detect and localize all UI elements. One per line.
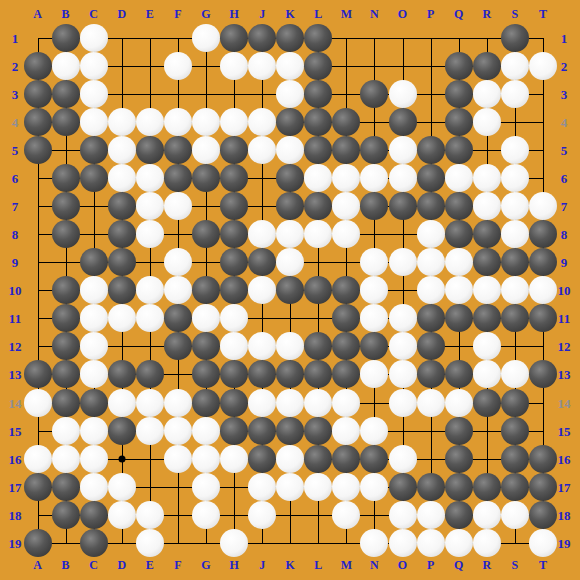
stone-black-P13[interactable]	[417, 360, 445, 388]
stone-white-T2[interactable]	[529, 52, 557, 80]
stone-white-Q9[interactable]	[445, 248, 473, 276]
stone-black-E13[interactable]	[136, 360, 164, 388]
col-label-top-Q: Q	[454, 8, 463, 20]
stone-white-C4[interactable]	[80, 108, 108, 136]
stone-white-K3[interactable]	[276, 80, 304, 108]
col-label-bottom-P: P	[427, 559, 434, 571]
stone-white-L8[interactable]	[304, 220, 332, 248]
stone-black-G6[interactable]	[192, 164, 220, 192]
stone-white-H19[interactable]	[220, 529, 248, 557]
stone-white-E14[interactable]	[136, 389, 164, 417]
stone-white-H11[interactable]	[220, 304, 248, 332]
col-label-top-E: E	[146, 8, 154, 20]
stone-white-N11[interactable]	[360, 304, 388, 332]
stone-black-B13[interactable]	[52, 360, 80, 388]
stone-white-M14[interactable]	[332, 389, 360, 417]
stone-black-A13[interactable]	[24, 360, 52, 388]
stone-black-D9[interactable]	[108, 248, 136, 276]
stone-white-G4[interactable]	[192, 108, 220, 136]
stone-black-S9[interactable]	[501, 248, 529, 276]
stone-white-R10[interactable]	[473, 276, 501, 304]
stone-white-M17[interactable]	[332, 473, 360, 501]
stone-white-J5[interactable]	[248, 136, 276, 164]
stone-black-B17[interactable]	[52, 473, 80, 501]
stone-black-T16[interactable]	[529, 445, 557, 473]
stone-black-M11[interactable]	[332, 304, 360, 332]
stone-black-P12[interactable]	[417, 332, 445, 360]
stone-black-M13[interactable]	[332, 360, 360, 388]
stone-black-L1[interactable]	[304, 24, 332, 52]
stone-black-K1[interactable]	[276, 24, 304, 52]
stone-white-J17[interactable]	[248, 473, 276, 501]
stone-white-G11[interactable]	[192, 304, 220, 332]
col-label-bottom-E: E	[146, 559, 154, 571]
stone-black-J9[interactable]	[248, 248, 276, 276]
stone-black-G14[interactable]	[192, 389, 220, 417]
stone-white-S5[interactable]	[501, 136, 529, 164]
stone-white-O3[interactable]	[389, 80, 417, 108]
stone-white-R3[interactable]	[473, 80, 501, 108]
stone-white-C13[interactable]	[80, 360, 108, 388]
stone-black-C19[interactable]	[80, 529, 108, 557]
stone-white-K17[interactable]	[276, 473, 304, 501]
stone-white-T10[interactable]	[529, 276, 557, 304]
stone-white-N6[interactable]	[360, 164, 388, 192]
stone-black-L12[interactable]	[304, 332, 332, 360]
stone-black-A4[interactable]	[24, 108, 52, 136]
stone-black-F5[interactable]	[164, 136, 192, 164]
stone-white-O16[interactable]	[389, 445, 417, 473]
row-label-left-8: 8	[12, 228, 19, 241]
stone-black-Q18[interactable]	[445, 501, 473, 529]
stone-black-S16[interactable]	[501, 445, 529, 473]
row-label-right-4: 4	[561, 115, 568, 128]
stone-white-K16[interactable]	[276, 445, 304, 473]
stone-white-S13[interactable]	[501, 360, 529, 388]
stone-white-F9[interactable]	[164, 248, 192, 276]
stone-white-J4[interactable]	[248, 108, 276, 136]
stone-white-E19[interactable]	[136, 529, 164, 557]
stone-black-Q15[interactable]	[445, 417, 473, 445]
stone-black-D13[interactable]	[108, 360, 136, 388]
stone-black-B6[interactable]	[52, 164, 80, 192]
stone-black-N12[interactable]	[360, 332, 388, 360]
col-label-bottom-M: M	[341, 559, 352, 571]
stone-black-K4[interactable]	[276, 108, 304, 136]
stone-black-D7[interactable]	[108, 192, 136, 220]
stone-black-P17[interactable]	[417, 473, 445, 501]
col-label-top-L: L	[314, 8, 322, 20]
stone-black-K15[interactable]	[276, 417, 304, 445]
stone-white-O14[interactable]	[389, 389, 417, 417]
stone-white-G1[interactable]	[192, 24, 220, 52]
stone-white-S8[interactable]	[501, 220, 529, 248]
stone-black-Q5[interactable]	[445, 136, 473, 164]
stone-white-E18[interactable]	[136, 501, 164, 529]
stone-white-D5[interactable]	[108, 136, 136, 164]
stone-white-M15[interactable]	[332, 417, 360, 445]
stone-black-B4[interactable]	[52, 108, 80, 136]
stone-black-R9[interactable]	[473, 248, 501, 276]
stone-black-H9[interactable]	[220, 248, 248, 276]
col-label-top-G: G	[201, 8, 210, 20]
stone-black-C18[interactable]	[80, 501, 108, 529]
stone-black-R11[interactable]	[473, 304, 501, 332]
stone-black-L7[interactable]	[304, 192, 332, 220]
stone-black-O17[interactable]	[389, 473, 417, 501]
col-label-top-O: O	[398, 8, 407, 20]
stone-black-L4[interactable]	[304, 108, 332, 136]
stone-black-L13[interactable]	[304, 360, 332, 388]
stone-black-A3[interactable]	[24, 80, 52, 108]
stone-white-R7[interactable]	[473, 192, 501, 220]
stone-black-M12[interactable]	[332, 332, 360, 360]
stone-white-J10[interactable]	[248, 276, 276, 304]
stone-black-N16[interactable]	[360, 445, 388, 473]
stone-black-A19[interactable]	[24, 529, 52, 557]
stone-white-C12[interactable]	[80, 332, 108, 360]
stone-black-R8[interactable]	[473, 220, 501, 248]
stone-white-P10[interactable]	[417, 276, 445, 304]
stone-black-J1[interactable]	[248, 24, 276, 52]
stone-black-H1[interactable]	[220, 24, 248, 52]
stone-white-S10[interactable]	[501, 276, 529, 304]
stone-white-P8[interactable]	[417, 220, 445, 248]
stone-white-K5[interactable]	[276, 136, 304, 164]
stone-black-G10[interactable]	[192, 276, 220, 304]
stone-white-O6[interactable]	[389, 164, 417, 192]
stone-black-K6[interactable]	[276, 164, 304, 192]
col-label-bottom-Q: Q	[454, 559, 463, 571]
stone-black-B14[interactable]	[52, 389, 80, 417]
stone-black-R2[interactable]	[473, 52, 501, 80]
stone-white-M6[interactable]	[332, 164, 360, 192]
stone-white-R13[interactable]	[473, 360, 501, 388]
stone-white-B16[interactable]	[52, 445, 80, 473]
stone-black-T18[interactable]	[529, 501, 557, 529]
stone-black-P6[interactable]	[417, 164, 445, 192]
stone-white-N19[interactable]	[360, 529, 388, 557]
stone-black-E5[interactable]	[136, 136, 164, 164]
stone-white-G5[interactable]	[192, 136, 220, 164]
stone-black-T11[interactable]	[529, 304, 557, 332]
stone-white-K9[interactable]	[276, 248, 304, 276]
row-label-left-14: 14	[9, 396, 22, 409]
stone-white-Q6[interactable]	[445, 164, 473, 192]
stone-white-E4[interactable]	[136, 108, 164, 136]
stone-white-R12[interactable]	[473, 332, 501, 360]
stone-white-K12[interactable]	[276, 332, 304, 360]
stone-white-E8[interactable]	[136, 220, 164, 248]
stone-white-J14[interactable]	[248, 389, 276, 417]
stone-white-M7[interactable]	[332, 192, 360, 220]
stone-black-Q16[interactable]	[445, 445, 473, 473]
stone-black-M10[interactable]	[332, 276, 360, 304]
stone-black-N5[interactable]	[360, 136, 388, 164]
stone-white-C10[interactable]	[80, 276, 108, 304]
stone-white-K8[interactable]	[276, 220, 304, 248]
stone-black-A17[interactable]	[24, 473, 52, 501]
stone-white-P9[interactable]	[417, 248, 445, 276]
stone-black-T17[interactable]	[529, 473, 557, 501]
stone-black-S17[interactable]	[501, 473, 529, 501]
stone-white-F14[interactable]	[164, 389, 192, 417]
stone-white-C17[interactable]	[80, 473, 108, 501]
stone-black-L3[interactable]	[304, 80, 332, 108]
stone-white-D4[interactable]	[108, 108, 136, 136]
stone-white-N15[interactable]	[360, 417, 388, 445]
col-label-bottom-S: S	[512, 559, 519, 571]
stone-black-T9[interactable]	[529, 248, 557, 276]
stone-white-R4[interactable]	[473, 108, 501, 136]
stone-white-B15[interactable]	[52, 417, 80, 445]
stone-white-D11[interactable]	[108, 304, 136, 332]
stone-white-H4[interactable]	[220, 108, 248, 136]
row-label-right-12: 12	[558, 340, 571, 353]
stone-white-C11[interactable]	[80, 304, 108, 332]
stone-white-S7[interactable]	[501, 192, 529, 220]
stone-black-G12[interactable]	[192, 332, 220, 360]
stone-black-N3[interactable]	[360, 80, 388, 108]
col-label-bottom-J: J	[259, 559, 265, 571]
stone-white-L17[interactable]	[304, 473, 332, 501]
stone-black-Q2[interactable]	[445, 52, 473, 80]
stone-black-P5[interactable]	[417, 136, 445, 164]
stone-black-D8[interactable]	[108, 220, 136, 248]
row-label-left-6: 6	[12, 171, 19, 184]
stone-white-J12[interactable]	[248, 332, 276, 360]
stone-black-B3[interactable]	[52, 80, 80, 108]
stone-black-L15[interactable]	[304, 417, 332, 445]
stone-white-N10[interactable]	[360, 276, 388, 304]
stone-white-C3[interactable]	[80, 80, 108, 108]
stone-white-Q14[interactable]	[445, 389, 473, 417]
stone-white-D6[interactable]	[108, 164, 136, 192]
stone-black-S1[interactable]	[501, 24, 529, 52]
go-board-app: AABBCCDDEEFFGGHHJJKKLLMMNNOOPPQQRRSSTT11…	[0, 0, 580, 580]
stone-black-B10[interactable]	[52, 276, 80, 304]
stone-black-Q13[interactable]	[445, 360, 473, 388]
stone-black-R14[interactable]	[473, 389, 501, 417]
col-label-top-K: K	[286, 8, 295, 20]
stone-black-B7[interactable]	[52, 192, 80, 220]
stone-black-K10[interactable]	[276, 276, 304, 304]
stone-white-G17[interactable]	[192, 473, 220, 501]
stone-black-P11[interactable]	[417, 304, 445, 332]
stone-black-T13[interactable]	[529, 360, 557, 388]
stone-black-T8[interactable]	[529, 220, 557, 248]
stone-black-H15[interactable]	[220, 417, 248, 445]
stone-white-G15[interactable]	[192, 417, 220, 445]
stone-black-C5[interactable]	[80, 136, 108, 164]
stone-black-D15[interactable]	[108, 417, 136, 445]
stone-black-Q3[interactable]	[445, 80, 473, 108]
stone-white-G16[interactable]	[192, 445, 220, 473]
stone-white-O11[interactable]	[389, 304, 417, 332]
col-label-top-B: B	[62, 8, 70, 20]
stone-white-L14[interactable]	[304, 389, 332, 417]
stone-white-F15[interactable]	[164, 417, 192, 445]
stone-white-E15[interactable]	[136, 417, 164, 445]
stone-black-B8[interactable]	[52, 220, 80, 248]
stone-black-B18[interactable]	[52, 501, 80, 529]
stone-black-Q4[interactable]	[445, 108, 473, 136]
stone-black-F12[interactable]	[164, 332, 192, 360]
stone-white-S18[interactable]	[501, 501, 529, 529]
stone-black-G13[interactable]	[192, 360, 220, 388]
stone-black-C14[interactable]	[80, 389, 108, 417]
stone-black-S15[interactable]	[501, 417, 529, 445]
stone-white-F10[interactable]	[164, 276, 192, 304]
row-label-left-7: 7	[12, 199, 19, 212]
stone-white-C16[interactable]	[80, 445, 108, 473]
stone-black-Q8[interactable]	[445, 220, 473, 248]
stone-white-O12[interactable]	[389, 332, 417, 360]
stone-white-D14[interactable]	[108, 389, 136, 417]
stone-white-F7[interactable]	[164, 192, 192, 220]
col-label-bottom-D: D	[117, 559, 126, 571]
stone-white-O19[interactable]	[389, 529, 417, 557]
stone-white-H2[interactable]	[220, 52, 248, 80]
stone-white-A14[interactable]	[24, 389, 52, 417]
row-label-left-1: 1	[12, 31, 19, 44]
stone-black-L5[interactable]	[304, 136, 332, 164]
stone-white-C15[interactable]	[80, 417, 108, 445]
row-label-right-16: 16	[558, 452, 571, 465]
stone-black-Q7[interactable]	[445, 192, 473, 220]
stone-black-J13[interactable]	[248, 360, 276, 388]
stone-white-Q10[interactable]	[445, 276, 473, 304]
stone-black-A2[interactable]	[24, 52, 52, 80]
col-label-bottom-H: H	[229, 559, 238, 571]
stone-white-D18[interactable]	[108, 501, 136, 529]
row-label-left-4: 4	[12, 115, 19, 128]
stone-black-N7[interactable]	[360, 192, 388, 220]
stone-white-C1[interactable]	[80, 24, 108, 52]
stone-black-B12[interactable]	[52, 332, 80, 360]
stone-white-E7[interactable]	[136, 192, 164, 220]
col-label-bottom-L: L	[314, 559, 322, 571]
stone-black-L16[interactable]	[304, 445, 332, 473]
stone-white-D17[interactable]	[108, 473, 136, 501]
stone-white-R19[interactable]	[473, 529, 501, 557]
stone-black-H7[interactable]	[220, 192, 248, 220]
stone-white-E6[interactable]	[136, 164, 164, 192]
row-label-right-18: 18	[558, 508, 571, 521]
stone-black-P7[interactable]	[417, 192, 445, 220]
col-label-bottom-O: O	[398, 559, 407, 571]
stone-black-G8[interactable]	[192, 220, 220, 248]
stone-black-J15[interactable]	[248, 417, 276, 445]
stone-black-Q11[interactable]	[445, 304, 473, 332]
stone-white-O9[interactable]	[389, 248, 417, 276]
stone-white-S3[interactable]	[501, 80, 529, 108]
stone-black-F11[interactable]	[164, 304, 192, 332]
stone-black-B11[interactable]	[52, 304, 80, 332]
stone-white-K14[interactable]	[276, 389, 304, 417]
stone-black-H14[interactable]	[220, 389, 248, 417]
stone-black-H13[interactable]	[220, 360, 248, 388]
stone-black-K7[interactable]	[276, 192, 304, 220]
stone-white-N17[interactable]	[360, 473, 388, 501]
stone-black-H10[interactable]	[220, 276, 248, 304]
stone-black-Q17[interactable]	[445, 473, 473, 501]
row-label-left-12: 12	[9, 340, 22, 353]
stone-black-O4[interactable]	[389, 108, 417, 136]
col-label-bottom-F: F	[174, 559, 181, 571]
stone-white-P18[interactable]	[417, 501, 445, 529]
stone-black-S14[interactable]	[501, 389, 529, 417]
stone-white-J8[interactable]	[248, 220, 276, 248]
stone-white-K2[interactable]	[276, 52, 304, 80]
stone-black-O7[interactable]	[389, 192, 417, 220]
stone-black-R17[interactable]	[473, 473, 501, 501]
stone-white-E10[interactable]	[136, 276, 164, 304]
stone-black-B1[interactable]	[52, 24, 80, 52]
stone-black-C6[interactable]	[80, 164, 108, 192]
stone-white-F4[interactable]	[164, 108, 192, 136]
stone-white-F16[interactable]	[164, 445, 192, 473]
stone-black-H5[interactable]	[220, 136, 248, 164]
stone-black-F6[interactable]	[164, 164, 192, 192]
row-label-right-10: 10	[558, 284, 571, 297]
stone-black-A5[interactable]	[24, 136, 52, 164]
stone-white-B2[interactable]	[52, 52, 80, 80]
stone-white-N9[interactable]	[360, 248, 388, 276]
row-label-right-13: 13	[558, 368, 571, 381]
stone-black-S11[interactable]	[501, 304, 529, 332]
stone-black-M16[interactable]	[332, 445, 360, 473]
stone-white-J18[interactable]	[248, 501, 276, 529]
stone-white-N13[interactable]	[360, 360, 388, 388]
stone-white-S6[interactable]	[501, 164, 529, 192]
stone-white-O5[interactable]	[389, 136, 417, 164]
stone-white-R6[interactable]	[473, 164, 501, 192]
stone-black-L10[interactable]	[304, 276, 332, 304]
col-label-top-A: A	[33, 8, 42, 20]
stone-black-J16[interactable]	[248, 445, 276, 473]
stone-white-S2[interactable]	[501, 52, 529, 80]
stone-white-E11[interactable]	[136, 304, 164, 332]
stone-black-M4[interactable]	[332, 108, 360, 136]
stone-white-R18[interactable]	[473, 501, 501, 529]
stone-white-P19[interactable]	[417, 529, 445, 557]
stone-white-T19[interactable]	[529, 529, 557, 557]
stone-white-O13[interactable]	[389, 360, 417, 388]
stone-white-O18[interactable]	[389, 501, 417, 529]
stone-white-M8[interactable]	[332, 220, 360, 248]
stone-black-L2[interactable]	[304, 52, 332, 80]
stone-white-F2[interactable]	[164, 52, 192, 80]
stone-black-D10[interactable]	[108, 276, 136, 304]
stone-white-T7[interactable]	[529, 192, 557, 220]
stone-white-H12[interactable]	[220, 332, 248, 360]
stone-black-C9[interactable]	[80, 248, 108, 276]
stone-black-M5[interactable]	[332, 136, 360, 164]
stone-white-G18[interactable]	[192, 501, 220, 529]
stone-white-L6[interactable]	[304, 164, 332, 192]
stone-white-J2[interactable]	[248, 52, 276, 80]
stone-white-A16[interactable]	[24, 445, 52, 473]
stone-white-M18[interactable]	[332, 501, 360, 529]
stone-white-P14[interactable]	[417, 389, 445, 417]
stone-black-H6[interactable]	[220, 164, 248, 192]
stone-white-H16[interactable]	[220, 445, 248, 473]
stone-black-H8[interactable]	[220, 220, 248, 248]
stone-white-C2[interactable]	[80, 52, 108, 80]
stone-black-K13[interactable]	[276, 360, 304, 388]
stone-white-Q19[interactable]	[445, 529, 473, 557]
